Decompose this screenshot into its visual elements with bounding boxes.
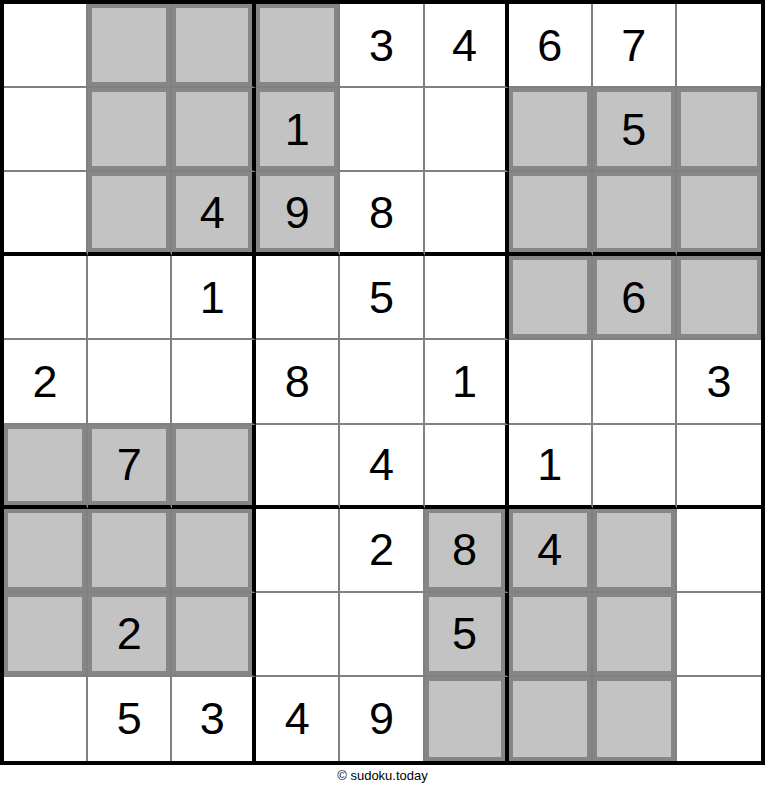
cell-r3c4[interactable]: 9: [256, 172, 340, 256]
cell-r6c1[interactable]: [4, 425, 88, 509]
cell-r7c5[interactable]: 2: [340, 509, 424, 593]
cell-r1c2[interactable]: [88, 4, 172, 88]
cell-r4c2[interactable]: [88, 256, 172, 340]
cell-r5c8[interactable]: [593, 340, 677, 424]
cell-r4c4[interactable]: [256, 256, 340, 340]
cell-r2c8[interactable]: 5: [593, 88, 677, 172]
cell-r1c9[interactable]: [677, 4, 761, 88]
cell-r7c4[interactable]: [256, 509, 340, 593]
cell-r3c3[interactable]: 4: [172, 172, 256, 256]
cell-r9c9[interactable]: [677, 677, 761, 761]
cell-r2c4[interactable]: 1: [256, 88, 340, 172]
cell-r6c2[interactable]: 7: [88, 425, 172, 509]
cell-r8c2[interactable]: 2: [88, 593, 172, 677]
cell-r7c2[interactable]: [88, 509, 172, 593]
cell-r7c1[interactable]: [4, 509, 88, 593]
cell-r3c1[interactable]: [4, 172, 88, 256]
cell-r2c3[interactable]: [172, 88, 256, 172]
cell-r1c3[interactable]: [172, 4, 256, 88]
copyright-caption: © sudoku.today: [0, 765, 765, 785]
cell-r9c6[interactable]: [425, 677, 509, 761]
sudoku-page: 3467154981562813741284255349 © sudoku.to…: [0, 0, 765, 785]
cell-r3c2[interactable]: [88, 172, 172, 256]
cell-r4c8[interactable]: 6: [593, 256, 677, 340]
cell-r8c3[interactable]: [172, 593, 256, 677]
cell-r5c2[interactable]: [88, 340, 172, 424]
cell-r8c6[interactable]: 5: [425, 593, 509, 677]
cell-r3c5[interactable]: 8: [340, 172, 424, 256]
cell-r1c5[interactable]: 3: [340, 4, 424, 88]
cell-r7c9[interactable]: [677, 509, 761, 593]
cell-r5c5[interactable]: [340, 340, 424, 424]
cell-r5c7[interactable]: [509, 340, 593, 424]
cell-r5c4[interactable]: 8: [256, 340, 340, 424]
cell-r5c9[interactable]: 3: [677, 340, 761, 424]
cell-r3c6[interactable]: [425, 172, 509, 256]
cell-r8c9[interactable]: [677, 593, 761, 677]
cell-r1c1[interactable]: [4, 4, 88, 88]
cell-r6c3[interactable]: [172, 425, 256, 509]
cell-r6c4[interactable]: [256, 425, 340, 509]
cell-r9c1[interactable]: [4, 677, 88, 761]
cell-r6c5[interactable]: 4: [340, 425, 424, 509]
cell-r2c1[interactable]: [4, 88, 88, 172]
cell-r4c3[interactable]: 1: [172, 256, 256, 340]
cell-r4c9[interactable]: [677, 256, 761, 340]
cell-r8c7[interactable]: [509, 593, 593, 677]
cell-r8c5[interactable]: [340, 593, 424, 677]
cell-r6c8[interactable]: [593, 425, 677, 509]
cell-r9c7[interactable]: [509, 677, 593, 761]
cell-r7c3[interactable]: [172, 509, 256, 593]
cell-r3c9[interactable]: [677, 172, 761, 256]
cell-r5c1[interactable]: 2: [4, 340, 88, 424]
cell-r5c6[interactable]: 1: [425, 340, 509, 424]
cell-r2c6[interactable]: [425, 88, 509, 172]
cell-r9c3[interactable]: 3: [172, 677, 256, 761]
cell-r7c8[interactable]: [593, 509, 677, 593]
cell-r7c7[interactable]: 4: [509, 509, 593, 593]
cell-r8c8[interactable]: [593, 593, 677, 677]
cell-r5c3[interactable]: [172, 340, 256, 424]
sudoku-board: 3467154981562813741284255349: [0, 0, 765, 765]
cell-r1c8[interactable]: 7: [593, 4, 677, 88]
cell-r3c7[interactable]: [509, 172, 593, 256]
cell-r6c7[interactable]: 1: [509, 425, 593, 509]
cell-r9c2[interactable]: 5: [88, 677, 172, 761]
cell-r2c7[interactable]: [509, 88, 593, 172]
cell-r2c9[interactable]: [677, 88, 761, 172]
cell-r6c6[interactable]: [425, 425, 509, 509]
cell-r9c8[interactable]: [593, 677, 677, 761]
cell-r9c5[interactable]: 9: [340, 677, 424, 761]
cell-r9c4[interactable]: 4: [256, 677, 340, 761]
cell-r8c4[interactable]: [256, 593, 340, 677]
cell-r7c6[interactable]: 8: [425, 509, 509, 593]
cell-r1c6[interactable]: 4: [425, 4, 509, 88]
cell-r4c7[interactable]: [509, 256, 593, 340]
cell-r4c6[interactable]: [425, 256, 509, 340]
cell-r1c7[interactable]: 6: [509, 4, 593, 88]
cell-r8c1[interactable]: [4, 593, 88, 677]
cell-r4c1[interactable]: [4, 256, 88, 340]
cell-r6c9[interactable]: [677, 425, 761, 509]
cell-r3c8[interactable]: [593, 172, 677, 256]
cell-r1c4[interactable]: [256, 4, 340, 88]
cell-r2c2[interactable]: [88, 88, 172, 172]
cell-r4c5[interactable]: 5: [340, 256, 424, 340]
cell-r2c5[interactable]: [340, 88, 424, 172]
